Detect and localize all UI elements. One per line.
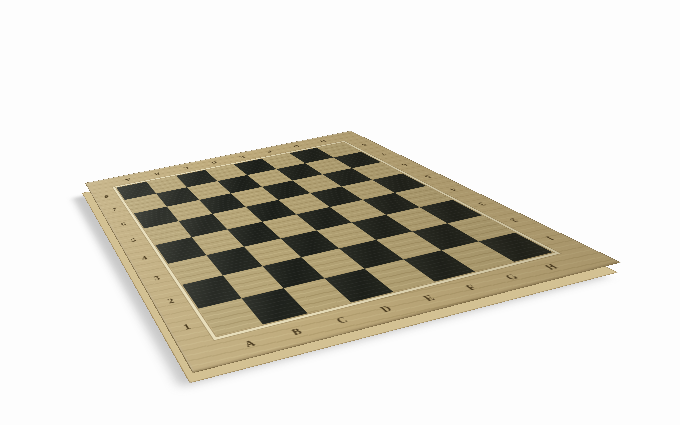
file-label-near-e: E: [421, 294, 438, 303]
file-label-far-h: H: [318, 139, 328, 142]
rank-label-left-6: 6: [120, 222, 127, 227]
rank-label-right-3: 3: [476, 201, 488, 206]
file-label-near-g: G: [502, 273, 521, 281]
rank-label-left-8: 8: [103, 194, 109, 198]
rank-label-left-2: 2: [166, 297, 176, 305]
file-label-far-d: D: [210, 161, 219, 165]
rank-label-right-1: 1: [542, 235, 557, 241]
rank-label-left-3: 3: [152, 275, 161, 282]
rank-label-left-4: 4: [140, 255, 148, 261]
file-label-far-f: F: [265, 150, 273, 153]
file-label-near-a: A: [243, 338, 258, 348]
file-label-far-g: G: [291, 145, 300, 148]
rank-label-right-4: 4: [448, 187, 459, 191]
rank-label-right-8: 8: [360, 143, 368, 146]
chess-board: ABCDEFGHABCDEFGH8765432187654321: [85, 131, 621, 373]
file-label-near-h: H: [542, 263, 561, 271]
file-label-near-b: B: [289, 327, 304, 337]
rank-label-right-2: 2: [507, 217, 521, 223]
rank-label-right-6: 6: [400, 163, 410, 167]
rank-label-left-1: 1: [182, 322, 193, 331]
rank-label-left-7: 7: [111, 207, 118, 211]
file-label-far-c: C: [182, 166, 190, 170]
chessboard-photo: ABCDEFGHABCDEFGH8765432187654321: [0, 0, 680, 425]
file-label-far-a: A: [124, 178, 132, 182]
rank-label-right-7: 7: [379, 153, 388, 156]
file-label-far-e: E: [238, 155, 246, 159]
file-label-far-b: B: [153, 172, 161, 176]
rank-label-left-5: 5: [130, 237, 138, 242]
file-label-near-c: C: [334, 315, 350, 324]
rank-label-right-5: 5: [422, 175, 432, 179]
file-label-near-d: D: [378, 304, 395, 313]
file-label-near-f: F: [463, 283, 479, 291]
